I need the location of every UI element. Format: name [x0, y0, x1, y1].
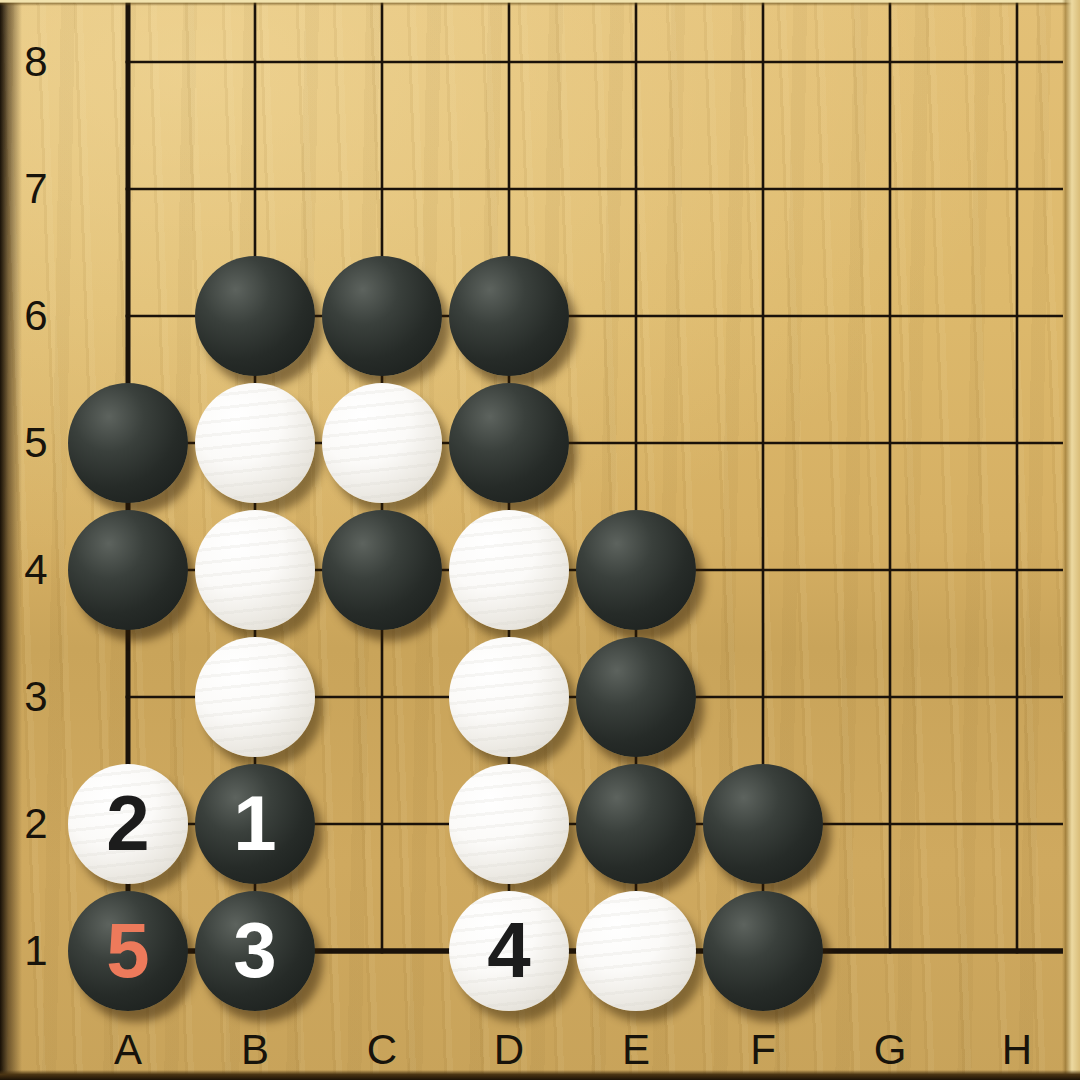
- stone-white-D1: 4: [449, 891, 569, 1011]
- stone-black-B6: [195, 256, 315, 376]
- stone-black-C6: [322, 256, 442, 376]
- column-label-G: G: [850, 1022, 930, 1078]
- stone-black-D5: [449, 383, 569, 503]
- go-board[interactable]: 87654321 ABCDEFGH 21534: [0, 0, 1080, 1080]
- row-label-7: 7: [10, 163, 62, 215]
- stone-black-A1: 5: [68, 891, 188, 1011]
- stone-black-D6: [449, 256, 569, 376]
- column-label-E: E: [596, 1022, 676, 1078]
- stone-black-A4: [68, 510, 188, 630]
- move-number-1: 1: [233, 784, 276, 862]
- column-label-B: B: [215, 1022, 295, 1078]
- stone-black-B2: 1: [195, 764, 315, 884]
- column-label-C: C: [342, 1022, 422, 1078]
- row-label-3: 3: [10, 671, 62, 723]
- move-number-2: 2: [106, 784, 149, 862]
- row-label-5: 5: [10, 417, 62, 469]
- stone-white-B5: [195, 383, 315, 503]
- column-label-F: F: [723, 1022, 803, 1078]
- move-number-5: 5: [106, 911, 149, 989]
- row-label-4: 4: [10, 544, 62, 596]
- stone-white-B3: [195, 637, 315, 757]
- stone-white-A2: 2: [68, 764, 188, 884]
- move-number-3: 3: [233, 911, 276, 989]
- column-label-H: H: [977, 1022, 1057, 1078]
- row-label-1: 1: [10, 925, 62, 977]
- column-label-D: D: [469, 1022, 549, 1078]
- stone-white-B4: [195, 510, 315, 630]
- stone-white-D4: [449, 510, 569, 630]
- row-label-2: 2: [10, 798, 62, 850]
- stone-white-D2: [449, 764, 569, 884]
- stone-black-E2: [576, 764, 696, 884]
- stone-black-E4: [576, 510, 696, 630]
- stone-black-E3: [576, 637, 696, 757]
- stone-black-B1: 3: [195, 891, 315, 1011]
- column-label-A: A: [88, 1022, 168, 1078]
- stone-white-D3: [449, 637, 569, 757]
- stones-grid: 21534: [65, 0, 1080, 1015]
- stone-black-F2: [703, 764, 823, 884]
- stone-black-C4: [322, 510, 442, 630]
- row-label-8: 8: [10, 36, 62, 88]
- stone-black-F1: [703, 891, 823, 1011]
- stone-white-E1: [576, 891, 696, 1011]
- row-label-6: 6: [10, 290, 62, 342]
- stone-white-C5: [322, 383, 442, 503]
- move-number-4: 4: [487, 911, 530, 989]
- stone-black-A5: [68, 383, 188, 503]
